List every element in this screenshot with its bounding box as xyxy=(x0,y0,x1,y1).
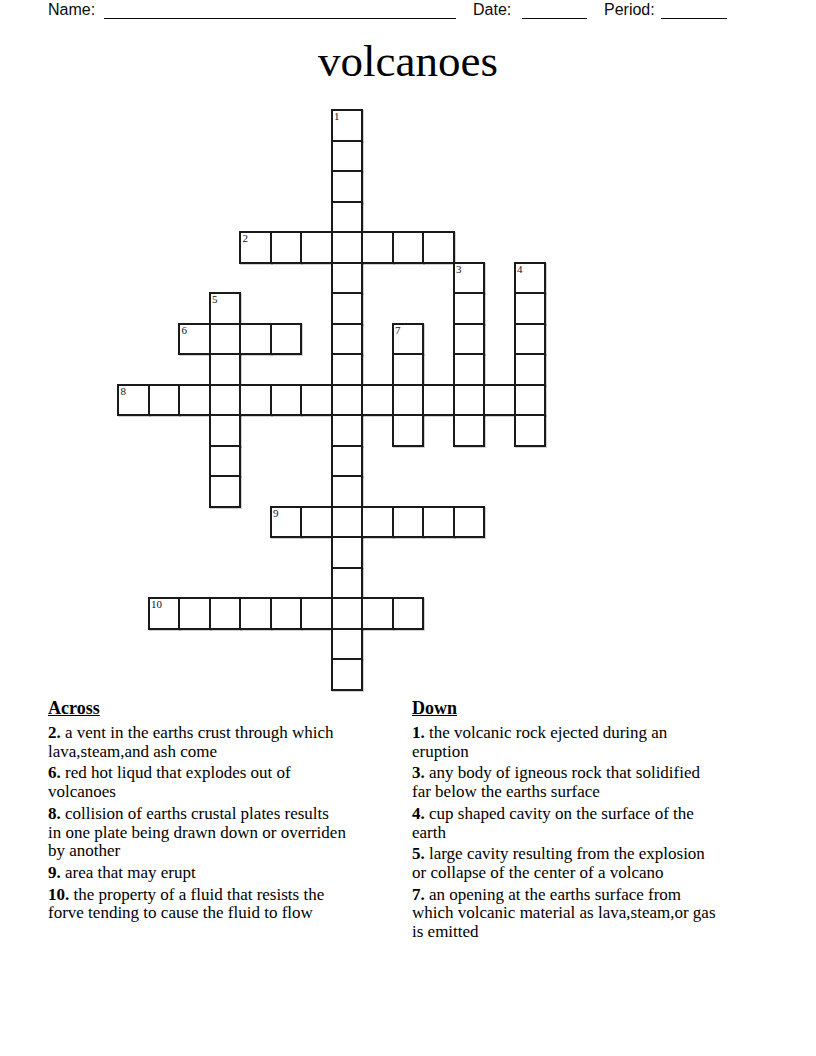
down-heading: Down xyxy=(412,699,772,718)
down-clues-section: Down 1. the volcanic rock ejected during… xyxy=(412,699,772,945)
date-label: Date: xyxy=(473,1,511,19)
grid-cell-r4c7[interactable] xyxy=(331,231,364,264)
period-blank-line[interactable] xyxy=(661,2,727,19)
grid-cell-r13c10[interactable] xyxy=(422,506,455,539)
grid-cell-r2c7[interactable] xyxy=(331,170,364,203)
grid-cell-r10c9[interactable] xyxy=(392,414,425,447)
grid-cell-r10c11[interactable] xyxy=(453,414,486,447)
clue-5-down-line-1: 5. large cavity resulting from the explo… xyxy=(412,845,772,864)
grid-cell-r9c7[interactable] xyxy=(331,384,364,417)
clue-8-across: 8. collision of earths crustal plates re… xyxy=(48,805,398,861)
grid-cell-r14c7[interactable] xyxy=(331,536,364,569)
clue-7-down-line-3: is emitted xyxy=(412,923,772,942)
grid-cell-r13c5[interactable]: 9 xyxy=(270,506,303,539)
cell-number-1: 1 xyxy=(334,110,340,122)
clue-number-2: 2. xyxy=(48,723,61,742)
grid-cell-r16c2[interactable] xyxy=(178,597,211,630)
grid-cell-r13c8[interactable] xyxy=(361,506,394,539)
across-clues-section: Across 2. a vent in the earths crust thr… xyxy=(48,699,398,926)
grid-cell-r7c7[interactable] xyxy=(331,323,364,356)
grid-cell-r8c7[interactable] xyxy=(331,353,364,386)
clue-7-down: 7. an opening at the earths surface from… xyxy=(412,886,772,942)
grid-cell-r7c9[interactable]: 7 xyxy=(392,323,425,356)
grid-cell-r7c4[interactable] xyxy=(239,323,272,356)
clue-8-across-line-2: in one plate being drawn down or overrid… xyxy=(48,824,398,843)
clue-1-down-line-2: eruption xyxy=(412,743,772,762)
cell-number-10: 10 xyxy=(151,598,162,610)
grid-cell-r8c3[interactable] xyxy=(209,353,242,386)
cell-number-4: 4 xyxy=(517,263,523,275)
grid-cell-r3c7[interactable] xyxy=(331,201,364,234)
grid-cell-r11c7[interactable] xyxy=(331,445,364,478)
grid-cell-r12c3[interactable] xyxy=(209,475,242,508)
puzzle-title: volcanoes xyxy=(0,37,816,85)
cell-number-2: 2 xyxy=(243,232,249,244)
grid-cell-r9c11[interactable] xyxy=(453,384,486,417)
grid-cell-r16c3[interactable] xyxy=(209,597,242,630)
grid-cell-r9c8[interactable] xyxy=(361,384,394,417)
clue-7-down-line-2: which volcanic material as lava,steam,or… xyxy=(412,904,772,923)
grid-cell-r9c12[interactable] xyxy=(483,384,516,417)
grid-cell-r4c6[interactable] xyxy=(300,231,333,264)
clue-3-down-line-2: far below the earths surface xyxy=(412,783,772,802)
period-label: Period: xyxy=(604,1,655,19)
across-clue-list: 2. a vent in the earths crust through wh… xyxy=(48,724,398,923)
grid-cell-r16c8[interactable] xyxy=(361,597,394,630)
grid-cell-r10c3[interactable] xyxy=(209,414,242,447)
across-heading: Across xyxy=(48,699,398,718)
clue-8-across-line-3: by another xyxy=(48,842,398,861)
crossword-grid: 12345678910 xyxy=(118,110,545,690)
worksheet-page: Name: Date: Period: volcanoes 1234567891… xyxy=(0,0,816,1056)
clue-3-down-line-1: 3. any body of igneous rock that solidif… xyxy=(412,764,772,783)
grid-cell-r16c6[interactable] xyxy=(300,597,333,630)
clue-4-down-line-2: earth xyxy=(412,824,772,843)
grid-cell-r16c5[interactable] xyxy=(270,597,303,630)
clue-9-across: 9. area that may erupt xyxy=(48,864,398,883)
clue-10-across-line-2: forve tending to cause the fluid to flow xyxy=(48,904,398,923)
grid-cell-r16c1[interactable]: 10 xyxy=(148,597,181,630)
grid-cell-r4c8[interactable] xyxy=(361,231,394,264)
grid-cell-r13c6[interactable] xyxy=(300,506,333,539)
clue-number-9: 9. xyxy=(48,863,61,882)
grid-cell-r9c1[interactable] xyxy=(148,384,181,417)
grid-cell-r16c9[interactable] xyxy=(392,597,425,630)
grid-cell-r7c13[interactable] xyxy=(514,323,547,356)
grid-cell-r13c7[interactable] xyxy=(331,506,364,539)
grid-cell-r15c7[interactable] xyxy=(331,567,364,600)
clue-4-down: 4. cup shaped cavity on the surface of t… xyxy=(412,805,772,842)
clue-2-across-line-2: lava,steam,and ash come xyxy=(48,743,398,762)
clue-2-across: 2. a vent in the earths crust through wh… xyxy=(48,724,398,761)
clue-10-across: 10. the property of a fluid that resists… xyxy=(48,886,398,923)
grid-cell-r6c11[interactable] xyxy=(453,292,486,325)
grid-cell-r5c13[interactable]: 4 xyxy=(514,262,547,295)
grid-cell-r4c4[interactable]: 2 xyxy=(239,231,272,264)
grid-cell-r5c7[interactable] xyxy=(331,262,364,295)
grid-cell-r8c9[interactable] xyxy=(392,353,425,386)
cell-number-6: 6 xyxy=(182,324,188,336)
clue-1-down: 1. the volcanic rock ejected during aner… xyxy=(412,724,772,761)
grid-cell-r6c3[interactable]: 5 xyxy=(209,292,242,325)
grid-cell-r7c11[interactable] xyxy=(453,323,486,356)
grid-cell-r13c11[interactable] xyxy=(453,506,486,539)
grid-cell-r7c5[interactable] xyxy=(270,323,303,356)
clue-1-down-line-1: 1. the volcanic rock ejected during an xyxy=(412,724,772,743)
clue-number-6: 6. xyxy=(48,763,61,782)
grid-cell-r10c7[interactable] xyxy=(331,414,364,447)
grid-cell-r9c3[interactable] xyxy=(209,384,242,417)
grid-cell-r16c7[interactable] xyxy=(331,597,364,630)
grid-cell-r4c9[interactable] xyxy=(392,231,425,264)
grid-cell-r9c2[interactable] xyxy=(178,384,211,417)
clue-2-across-line-1: 2. a vent in the earths crust through wh… xyxy=(48,724,398,743)
grid-cell-r7c3[interactable] xyxy=(209,323,242,356)
grid-cell-r9c13[interactable] xyxy=(514,384,547,417)
grid-cell-r1c7[interactable] xyxy=(331,140,364,173)
clue-8-across-line-1: 8. collision of earths crustal plates re… xyxy=(48,805,398,824)
clue-4-down-line-1: 4. cup shaped cavity on the surface of t… xyxy=(412,805,772,824)
clue-3-down: 3. any body of igneous rock that solidif… xyxy=(412,764,772,801)
grid-cell-r4c10[interactable] xyxy=(422,231,455,264)
clue-number-5: 5. xyxy=(412,844,425,863)
clue-6-across: 6. red hot liqud that explodes out ofvol… xyxy=(48,764,398,801)
clue-number-8: 8. xyxy=(48,804,61,823)
grid-cell-r8c13[interactable] xyxy=(514,353,547,386)
down-clue-list: 1. the volcanic rock ejected during aner… xyxy=(412,724,772,942)
clue-6-across-line-2: volcanoes xyxy=(48,783,398,802)
clue-9-across-line-1: 9. area that may erupt xyxy=(48,864,398,883)
cell-number-9: 9 xyxy=(273,507,279,519)
clue-number-10: 10. xyxy=(48,885,69,904)
grid-cell-r6c13[interactable] xyxy=(514,292,547,325)
clue-7-down-line-1: 7. an opening at the earths surface from xyxy=(412,886,772,905)
grid-cell-r8c11[interactable] xyxy=(453,353,486,386)
cell-number-5: 5 xyxy=(212,293,218,305)
clue-6-across-line-1: 6. red hot liqud that explodes out of xyxy=(48,764,398,783)
clue-number-3: 3. xyxy=(412,763,425,782)
grid-cell-r5c11[interactable]: 3 xyxy=(453,262,486,295)
grid-cell-r4c5[interactable] xyxy=(270,231,303,264)
clue-5-down: 5. large cavity resulting from the explo… xyxy=(412,845,772,882)
cell-number-7: 7 xyxy=(395,324,401,336)
grid-cell-r12c7[interactable] xyxy=(331,475,364,508)
grid-cell-r0c7[interactable]: 1 xyxy=(331,109,364,142)
clue-number-4: 4. xyxy=(412,804,425,823)
clue-number-7: 7. xyxy=(412,885,425,904)
cell-number-8: 8 xyxy=(121,385,127,397)
grid-cell-r9c5[interactable] xyxy=(270,384,303,417)
grid-cell-r18c7[interactable] xyxy=(331,658,364,691)
grid-cell-r10c13[interactable] xyxy=(514,414,547,447)
grid-cell-r17c7[interactable] xyxy=(331,628,364,661)
grid-cell-r9c9[interactable] xyxy=(392,384,425,417)
grid-cell-r9c4[interactable] xyxy=(239,384,272,417)
grid-cell-r16c4[interactable] xyxy=(239,597,272,630)
grid-cell-r11c3[interactable] xyxy=(209,445,242,478)
cell-number-3: 3 xyxy=(456,263,462,275)
clue-number-1: 1. xyxy=(412,723,425,742)
clue-5-down-line-2: or collapse of the center of a volcano xyxy=(412,864,772,883)
name-blank-line[interactable] xyxy=(104,2,456,19)
grid-cell-r9c6[interactable] xyxy=(300,384,333,417)
grid-cell-r6c7[interactable] xyxy=(331,292,364,325)
grid-cell-r7c2[interactable]: 6 xyxy=(178,323,211,356)
name-label: Name: xyxy=(48,1,95,19)
date-blank-line[interactable] xyxy=(522,2,587,19)
grid-cell-r9c10[interactable] xyxy=(422,384,455,417)
grid-cell-r9c0[interactable]: 8 xyxy=(117,384,150,417)
grid-cell-r13c9[interactable] xyxy=(392,506,425,539)
clue-10-across-line-1: 10. the property of a fluid that resists… xyxy=(48,886,398,905)
